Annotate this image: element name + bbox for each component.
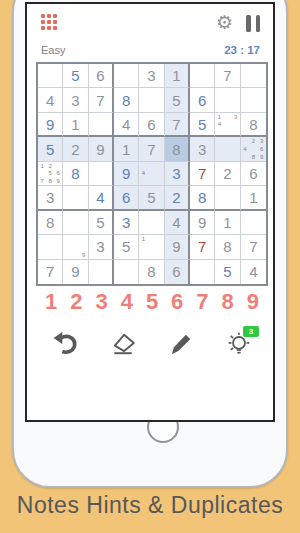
sudoku-board: 5631743785691467513485291783234689125678…: [36, 62, 268, 286]
cell-r9c8[interactable]: 5: [215, 260, 240, 284]
app-screen: ⚙ Easy 23 : 17 5631743785691467513485291…: [25, 2, 275, 422]
cell-r3c2[interactable]: 1: [63, 113, 88, 137]
hint-count-badge: 3: [242, 325, 260, 338]
cell-r5c8[interactable]: 2: [215, 162, 240, 186]
numpad-4[interactable]: 4: [121, 289, 133, 315]
cell-r8c8[interactable]: 8: [215, 235, 240, 259]
cell-r9c2[interactable]: 9: [63, 260, 88, 284]
digit: 1: [122, 141, 130, 158]
cell-r5c3[interactable]: [89, 162, 114, 186]
cell-r4c3[interactable]: 9: [89, 137, 114, 161]
digit: 9: [198, 214, 206, 231]
cell-r2c1[interactable]: 4: [38, 88, 63, 112]
cell-r8c9[interactable]: 7: [241, 235, 266, 259]
undo-button[interactable]: [50, 329, 80, 359]
notes-r8c2: 9: [63, 235, 87, 258]
cell-r8c3[interactable]: 3: [89, 235, 114, 259]
cell-r9c7[interactable]: [190, 260, 215, 284]
digit: 1: [71, 116, 79, 133]
menu-icon[interactable]: [41, 14, 57, 30]
pencil-button[interactable]: [166, 329, 196, 359]
digit: 5: [96, 214, 104, 231]
digit: 4: [249, 263, 257, 280]
toolbar: 3: [36, 324, 268, 364]
notes-r5c5: 4: [139, 162, 163, 185]
cell-r4c8[interactable]: [215, 137, 240, 161]
cell-r5c6[interactable]: 3: [165, 162, 190, 186]
digit: 5: [223, 263, 231, 280]
cell-r7c8[interactable]: 1: [215, 211, 240, 235]
cell-r3c7[interactable]: 5: [190, 113, 215, 137]
digit: 7: [249, 238, 257, 255]
hint-button[interactable]: 3: [224, 329, 254, 359]
cell-r8c7[interactable]: 7: [190, 235, 215, 259]
digit: 3: [172, 165, 180, 182]
notes-r5c1: 1256789: [38, 162, 62, 185]
digit: 1: [172, 67, 180, 84]
cell-r9c9[interactable]: 4: [241, 260, 266, 284]
digit: 7: [198, 165, 206, 182]
cell-r7c9[interactable]: [241, 211, 266, 235]
cell-r4c2[interactable]: 2: [63, 137, 88, 161]
cell-r2c4[interactable]: 8: [114, 88, 139, 112]
cell-r5c5[interactable]: 4: [139, 162, 164, 186]
cell-r1c3[interactable]: 6: [89, 64, 114, 88]
digit: 3: [198, 141, 206, 158]
digit: 7: [172, 116, 180, 133]
digit: 5: [198, 116, 206, 133]
cell-r6c5[interactable]: 5: [139, 186, 164, 210]
cell-r2c3[interactable]: 7: [89, 88, 114, 112]
cell-r7c2[interactable]: [63, 211, 88, 235]
cell-r8c1[interactable]: [38, 235, 63, 259]
numpad-9[interactable]: 9: [247, 289, 259, 315]
number-pad: 123456789: [36, 287, 268, 317]
digit: 3: [46, 189, 54, 206]
digit: 4: [46, 92, 54, 109]
cell-r3c8[interactable]: 134: [215, 113, 240, 137]
digit: 8: [46, 214, 54, 231]
digit: 9: [172, 238, 180, 255]
digit: 3: [122, 214, 130, 231]
cell-r6c4[interactable]: 6: [114, 186, 139, 210]
cell-r5c9[interactable]: 6: [241, 162, 266, 186]
cell-r7c1[interactable]: 8: [38, 211, 63, 235]
cell-r6c9[interactable]: 1: [241, 186, 266, 210]
cell-r9c5[interactable]: 8: [139, 260, 164, 284]
cell-r3c9[interactable]: 8: [241, 113, 266, 137]
cell-r7c6[interactable]: 4: [165, 211, 190, 235]
digit: 6: [122, 189, 130, 206]
cell-r8c2[interactable]: 9: [63, 235, 88, 259]
digit: 8: [71, 165, 79, 182]
numpad-7[interactable]: 7: [196, 289, 208, 315]
eraser-button[interactable]: [108, 329, 138, 359]
difficulty-label: Easy: [41, 44, 65, 56]
undo-icon: [52, 331, 78, 357]
cell-r8c6[interactable]: 9: [165, 235, 190, 259]
digit: 3: [71, 92, 79, 109]
cell-r3c4[interactable]: 4: [114, 113, 139, 137]
digit: 8: [147, 263, 155, 280]
cell-r5c4[interactable]: 9: [114, 162, 139, 186]
cell-r5c1[interactable]: 1256789: [38, 162, 63, 186]
cell-r1c5[interactable]: 3: [139, 64, 164, 88]
cell-r3c5[interactable]: 6: [139, 113, 164, 137]
cell-r7c7[interactable]: 9: [190, 211, 215, 235]
cell-r5c7[interactable]: 7: [190, 162, 215, 186]
digit: 5: [71, 67, 79, 84]
digit: 2: [223, 165, 231, 182]
cell-r4c9[interactable]: 234689: [241, 137, 266, 161]
digit: 6: [172, 263, 180, 280]
cell-r2c9[interactable]: [241, 88, 266, 112]
numpad-2[interactable]: 2: [70, 289, 82, 315]
digit: 5: [172, 92, 180, 109]
digit: 7: [147, 141, 155, 158]
timer: 23 : 17: [224, 44, 260, 56]
numpad-3[interactable]: 3: [95, 289, 107, 315]
digit: 4: [122, 116, 130, 133]
cell-r6c6[interactable]: 2: [165, 186, 190, 210]
cell-r8c4[interactable]: 5: [114, 235, 139, 259]
digit: 1: [249, 189, 257, 206]
cell-r9c6[interactable]: 6: [165, 260, 190, 284]
digit: 8: [198, 189, 206, 206]
digit: 4: [96, 189, 104, 206]
digit: 7: [46, 263, 54, 280]
cell-r7c5[interactable]: [139, 211, 164, 235]
cell-r3c6[interactable]: 7: [165, 113, 190, 137]
cell-r4c6[interactable]: 8: [165, 137, 190, 161]
settings-gear-icon[interactable]: ⚙: [216, 11, 233, 33]
pencil-icon: [168, 331, 194, 357]
digit: 8: [122, 92, 130, 109]
digit: 8: [172, 141, 180, 158]
digit: 6: [147, 116, 155, 133]
cell-r3c3[interactable]: [89, 113, 114, 137]
cell-r3c1[interactable]: 9: [38, 113, 63, 137]
cell-r5c2[interactable]: 8: [63, 162, 88, 186]
cell-r9c4[interactable]: [114, 260, 139, 284]
cell-r6c3[interactable]: 4: [89, 186, 114, 210]
digit: 5: [147, 189, 155, 206]
notes-r8c5: 1: [139, 235, 163, 258]
numpad-1[interactable]: 1: [45, 289, 57, 315]
digit: 9: [122, 165, 130, 182]
digit: 8: [249, 116, 257, 133]
cell-r2c2[interactable]: 3: [63, 88, 88, 112]
digit: 6: [249, 165, 257, 182]
digit: 4: [172, 214, 180, 231]
bottom-caption: Notes Hints & Duplicates: [0, 492, 300, 519]
digit: 7: [198, 238, 206, 255]
cell-r7c4[interactable]: 3: [114, 211, 139, 235]
digit: 9: [96, 141, 104, 158]
cell-r4c4[interactable]: 1: [114, 137, 139, 161]
cell-r2c7[interactable]: 6: [190, 88, 215, 112]
cell-r4c1[interactable]: 5: [38, 137, 63, 161]
cell-r2c8[interactable]: [215, 88, 240, 112]
cell-r1c2[interactable]: 5: [63, 64, 88, 88]
digit: 7: [223, 67, 231, 84]
cell-r4c5[interactable]: 7: [139, 137, 164, 161]
cell-r7c3[interactable]: 5: [89, 211, 114, 235]
digit: 8: [223, 238, 231, 255]
cell-r6c2[interactable]: [63, 186, 88, 210]
digit: 7: [96, 92, 104, 109]
pause-button[interactable]: [246, 15, 260, 32]
digit: 2: [71, 141, 79, 158]
notes-r4c9: 234689: [241, 137, 266, 160]
digit: 3: [96, 238, 104, 255]
digit: 6: [198, 92, 206, 109]
cell-r1c7[interactable]: [190, 64, 215, 88]
digit: 9: [71, 263, 79, 280]
cell-r1c8[interactable]: 7: [215, 64, 240, 88]
cell-r6c8[interactable]: [215, 186, 240, 210]
cell-r2c6[interactable]: 5: [165, 88, 190, 112]
digit: 1: [223, 214, 231, 231]
digit: 5: [46, 141, 54, 158]
cell-r1c9[interactable]: [241, 64, 266, 88]
digit: 5: [122, 238, 130, 255]
cell-r2c5[interactable]: [139, 88, 164, 112]
cell-r9c1[interactable]: 7: [38, 260, 63, 284]
notes-r3c8: 134: [215, 113, 239, 135]
numpad-6[interactable]: 6: [171, 289, 183, 315]
cell-r6c7[interactable]: 8: [190, 186, 215, 210]
cell-r1c6[interactable]: 1: [165, 64, 190, 88]
digit: 2: [172, 189, 180, 206]
eraser-icon: [110, 331, 136, 357]
cell-r1c4[interactable]: [114, 64, 139, 88]
cell-r4c7[interactable]: 3: [190, 137, 215, 161]
cell-r6c1[interactable]: 3: [38, 186, 63, 210]
numpad-5[interactable]: 5: [146, 289, 158, 315]
cell-r8c5[interactable]: 1: [139, 235, 164, 259]
cell-r9c3[interactable]: [89, 260, 114, 284]
numpad-8[interactable]: 8: [222, 289, 234, 315]
digit: 3: [147, 67, 155, 84]
cell-r1c1[interactable]: [38, 64, 63, 88]
digit: 9: [46, 116, 54, 133]
digit: 6: [96, 67, 104, 84]
